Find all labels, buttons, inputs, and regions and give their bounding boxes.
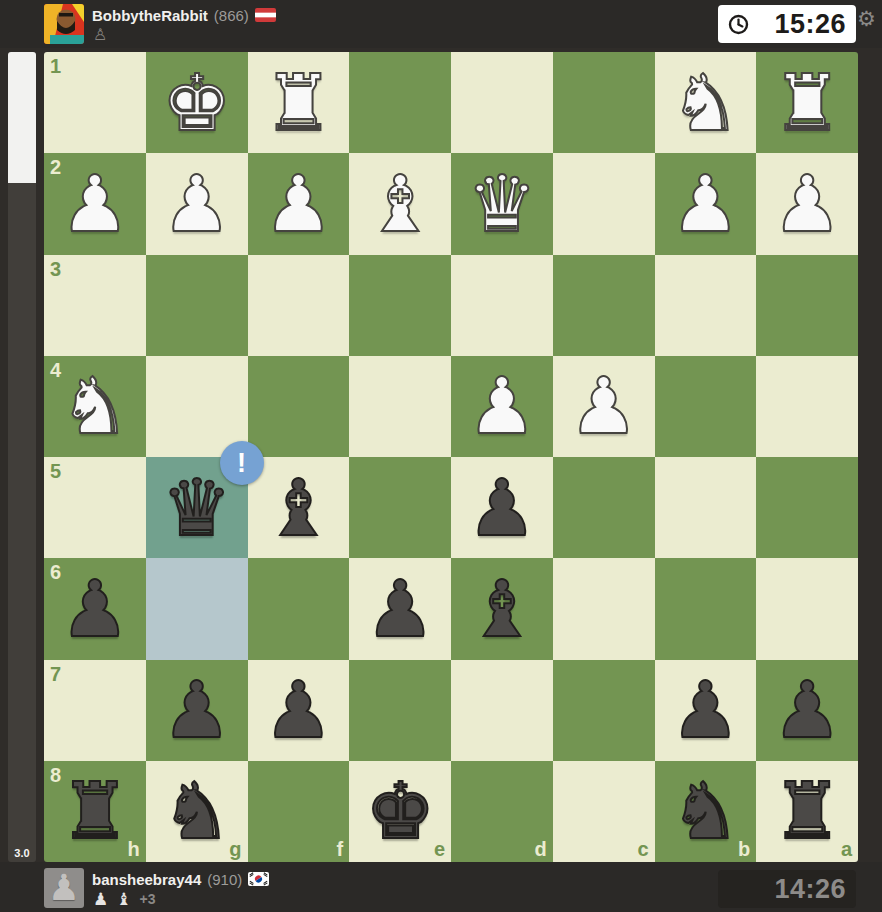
file-label-d: d [535,839,547,859]
square-c4[interactable]: ♟ [553,356,655,457]
square-d8[interactable]: d [451,761,553,862]
square-e3[interactable] [349,255,451,356]
square-a7[interactable]: ♟ [756,660,858,761]
square-b4[interactable] [655,356,757,457]
square-f5[interactable]: ♝ [248,457,350,558]
square-h1[interactable]: 1 [44,52,146,153]
white-pawn[interactable]: ♟ [451,356,553,457]
square-e4[interactable] [349,356,451,457]
square-d2[interactable]: ♛ [451,153,553,254]
square-g2[interactable]: ♟ [146,153,248,254]
black-knight[interactable]: ♞ [655,761,757,862]
white-pawn-icon: ♙ [93,27,107,43]
square-a2[interactable]: ♟ [756,153,858,254]
file-label-f: f [337,839,344,859]
top-clock-time: 15:26 [749,9,856,40]
square-g3[interactable] [146,255,248,356]
square-a4[interactable] [756,356,858,457]
rank-label-1: 1 [50,56,61,76]
rank-label-7: 7 [50,664,61,684]
black-pawn[interactable]: ♟ [44,558,146,659]
square-g6[interactable] [146,558,248,659]
square-f4[interactable] [248,356,350,457]
avatar-image-icon [44,4,84,44]
square-h3[interactable]: 3 [44,255,146,356]
eval-white-section [8,52,36,183]
bottom-player-clock: 14:26 [718,870,856,908]
square-f8[interactable]: f [248,761,350,862]
black-pawn[interactable]: ♟ [349,558,451,659]
black-bishop[interactable]: ♝ [451,558,553,659]
square-b7[interactable]: ♟ [655,660,757,761]
square-g4[interactable] [146,356,248,457]
white-pawn[interactable]: ♟ [756,153,858,254]
square-c7[interactable] [553,660,655,761]
eval-score: 3.0 [8,847,36,859]
square-c8[interactable]: c [553,761,655,862]
black-king[interactable]: ♚ [349,761,451,862]
white-king[interactable]: ♚ [146,52,248,153]
black-pawn[interactable]: ♟ [655,660,757,761]
square-d6[interactable]: ♝ [451,558,553,659]
top-player-rating: (866) [214,7,249,24]
white-knight[interactable]: ♞ [44,356,146,457]
square-e6[interactable]: ♟ [349,558,451,659]
austria-flag-icon [255,8,276,22]
square-c2[interactable] [553,153,655,254]
white-pawn[interactable]: ♟ [655,153,757,254]
square-e5[interactable] [349,457,451,558]
bottom-clock-time: 14:26 [718,874,856,905]
black-pawn[interactable]: ♟ [451,457,553,558]
square-c3[interactable] [553,255,655,356]
square-h7[interactable]: 7 [44,660,146,761]
square-b2[interactable]: ♟ [655,153,757,254]
square-f3[interactable] [248,255,350,356]
square-b8[interactable]: b♞ [655,761,757,862]
square-b6[interactable] [655,558,757,659]
square-g7[interactable]: ♟ [146,660,248,761]
square-g8[interactable]: g♞ [146,761,248,862]
move-annotation-badge: ! [220,441,264,485]
rank-label-5: 5 [50,461,61,481]
black-pawn[interactable]: ♟ [248,660,350,761]
south-korea-flag-icon [248,872,269,886]
default-pawn-avatar-icon: ♟ [48,870,80,906]
square-a1[interactable]: ♜ [756,52,858,153]
top-player-avatar[interactable] [44,4,84,44]
white-pawn[interactable]: ♟ [248,153,350,254]
white-rook[interactable]: ♜ [756,52,858,153]
square-a6[interactable] [756,558,858,659]
square-d4[interactable]: ♟ [451,356,553,457]
evaluation-bar: 3.0 [8,52,36,862]
square-e2[interactable]: ♝ [349,153,451,254]
bottom-player-avatar[interactable]: ♟ [44,868,84,908]
square-a3[interactable] [756,255,858,356]
great-move-exclamation: ! [237,448,246,479]
bottom-player-rating: (910) [207,871,242,888]
square-d5[interactable]: ♟ [451,457,553,558]
captured-white-bishop-icon: ♝ [116,891,134,908]
white-pawn[interactable]: ♟ [146,153,248,254]
white-pawn[interactable]: ♟ [553,356,655,457]
black-rook[interactable]: ♜ [44,761,146,862]
square-g1[interactable]: ♚ [146,52,248,153]
square-f1[interactable]: ♜ [248,52,350,153]
square-f6[interactable] [248,558,350,659]
square-c1[interactable] [553,52,655,153]
chess-board: ! 1♚♜♞♜2♟♟♟♝♛♟♟34♞♟♟5♛♝♟6♟♟♝7♟♟♟♟8h♜g♞fe… [44,52,858,862]
material-advantage: +3 [140,891,156,907]
top-player-name[interactable]: BobbytheRabbit [92,7,208,24]
file-label-c: c [637,839,648,859]
square-a5[interactable] [756,457,858,558]
bottom-player-name[interactable]: bansheebray44 [92,871,201,888]
square-c6[interactable] [553,558,655,659]
settings-gear-icon[interactable]: ⚙ [857,9,876,30]
square-b1[interactable]: ♞ [655,52,757,153]
square-h2[interactable]: 2♟ [44,153,146,254]
clock-icon [728,14,749,35]
square-a8[interactable]: a♜ [756,761,858,862]
square-h5[interactable]: 5 [44,457,146,558]
square-f7[interactable]: ♟ [248,660,350,761]
square-e1[interactable] [349,52,451,153]
square-f2[interactable]: ♟ [248,153,350,254]
black-rook[interactable]: ♜ [756,761,858,862]
black-bishop[interactable]: ♝ [248,457,350,558]
square-h4[interactable]: 4♞ [44,356,146,457]
square-d3[interactable] [451,255,553,356]
black-pawn[interactable]: ♟ [146,660,248,761]
white-bishop[interactable]: ♝ [349,153,451,254]
square-d7[interactable] [451,660,553,761]
square-e7[interactable] [349,660,451,761]
top-player-clock: 15:26 [718,5,856,43]
square-d1[interactable] [451,52,553,153]
white-rook[interactable]: ♜ [248,52,350,153]
square-b5[interactable] [655,457,757,558]
white-pawn[interactable]: ♟ [44,153,146,254]
white-queen[interactable]: ♛ [451,153,553,254]
square-b3[interactable] [655,255,757,356]
square-h8[interactable]: 8h♜ [44,761,146,862]
white-knight[interactable]: ♞ [655,52,757,153]
square-c5[interactable] [553,457,655,558]
captured-white-pawn-icon: ♟ [93,891,111,908]
square-e8[interactable]: e♚ [349,761,451,862]
black-pawn[interactable]: ♟ [756,660,858,761]
square-h6[interactable]: 6♟ [44,558,146,659]
black-knight[interactable]: ♞ [146,761,248,862]
rank-label-3: 3 [50,259,61,279]
